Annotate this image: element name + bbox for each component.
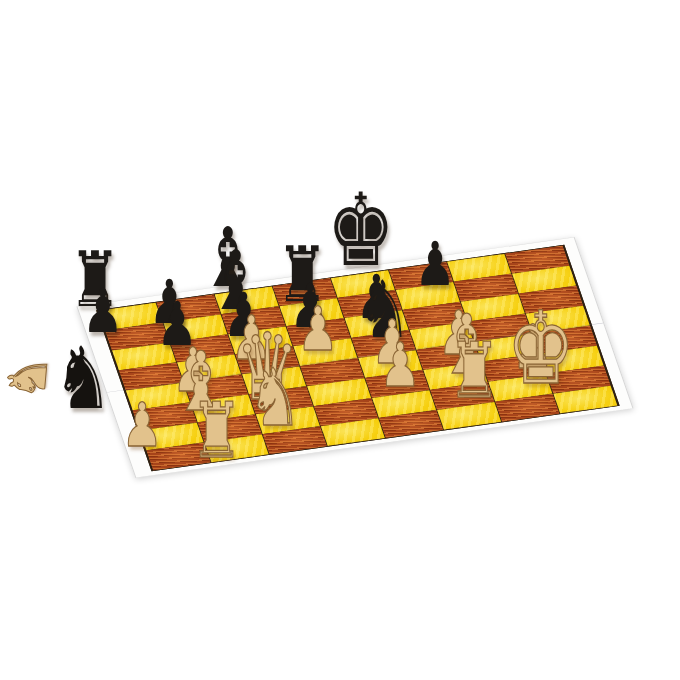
pieces-layer: ♜♝♚♟♟♝♜♟♟♟♟♟♞♟♟♟♟♟♝♛♟♝♟♟♞♜♚♜ — [0, 0, 680, 680]
photo-stage: ♜♝♚♟♟♝♜♟♟♟♟♟♞♟♟♟♟♟♝♛♟♝♟♟♞♜♚♜ ♞ ♞ — [0, 0, 680, 680]
white-rook-f2[interactable]: ♜ — [424, 332, 524, 409]
white-rook-b1[interactable]: ♜ — [166, 392, 266, 469]
